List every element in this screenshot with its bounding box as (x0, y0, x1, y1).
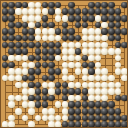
black-stone[interactable] (8, 48, 15, 55)
white-stone[interactable] (15, 8, 22, 15)
black-stone[interactable] (15, 42, 22, 49)
black-stone[interactable] (15, 2, 22, 9)
black-stone[interactable] (42, 101, 49, 108)
black-stone[interactable] (108, 101, 115, 108)
white-stone[interactable] (115, 88, 122, 95)
black-stone[interactable] (108, 2, 115, 9)
black-stone[interactable] (48, 8, 55, 15)
black-stone[interactable] (82, 121, 89, 128)
black-stone[interactable] (8, 15, 15, 22)
black-stone[interactable] (28, 82, 35, 89)
white-stone[interactable] (22, 68, 29, 75)
white-stone[interactable] (88, 55, 95, 62)
black-stone[interactable] (8, 42, 15, 49)
black-stone[interactable] (108, 115, 115, 122)
white-stone[interactable] (42, 8, 49, 15)
white-stone[interactable] (28, 8, 35, 15)
black-stone[interactable] (15, 48, 22, 55)
white-stone[interactable] (22, 15, 29, 22)
black-stone[interactable] (121, 121, 128, 128)
white-stone[interactable] (28, 2, 35, 9)
black-stone[interactable] (68, 15, 75, 22)
white-stone[interactable] (42, 82, 49, 89)
white-stone[interactable] (68, 95, 75, 102)
black-stone[interactable] (108, 22, 115, 29)
black-stone[interactable] (121, 95, 128, 102)
black-stone[interactable] (62, 82, 69, 89)
white-stone[interactable] (22, 88, 29, 95)
black-stone[interactable] (108, 108, 115, 115)
white-stone[interactable] (8, 68, 15, 75)
white-stone[interactable] (62, 48, 69, 55)
black-stone[interactable] (108, 15, 115, 22)
white-stone[interactable] (28, 88, 35, 95)
black-stone[interactable] (62, 8, 69, 15)
black-stone[interactable] (15, 22, 22, 29)
white-stone[interactable] (48, 115, 55, 122)
white-stone[interactable] (62, 62, 69, 69)
black-stone[interactable] (121, 28, 128, 35)
black-stone[interactable] (115, 28, 122, 35)
black-stone[interactable] (88, 62, 95, 69)
black-stone[interactable] (75, 48, 82, 55)
white-stone[interactable] (95, 68, 102, 75)
white-stone[interactable] (108, 75, 115, 82)
black-stone[interactable] (101, 28, 108, 35)
black-stone[interactable] (88, 2, 95, 9)
black-stone[interactable] (68, 28, 75, 35)
black-stone[interactable] (75, 108, 82, 115)
white-stone[interactable] (68, 55, 75, 62)
black-stone[interactable] (108, 121, 115, 128)
white-stone[interactable] (15, 82, 22, 89)
black-stone[interactable] (101, 101, 108, 108)
white-stone[interactable] (101, 68, 108, 75)
black-stone[interactable] (68, 121, 75, 128)
white-stone[interactable] (88, 95, 95, 102)
black-stone[interactable] (82, 108, 89, 115)
black-stone[interactable] (101, 15, 108, 22)
white-stone[interactable] (115, 48, 122, 55)
white-stone[interactable] (28, 62, 35, 69)
white-stone[interactable] (28, 108, 35, 115)
black-stone[interactable] (88, 121, 95, 128)
black-stone[interactable] (82, 62, 89, 69)
white-stone[interactable] (82, 28, 89, 35)
black-stone[interactable] (55, 88, 62, 95)
white-stone[interactable] (28, 121, 35, 128)
white-stone[interactable] (68, 75, 75, 82)
white-stone[interactable] (88, 48, 95, 55)
white-stone[interactable] (22, 8, 29, 15)
white-stone[interactable] (82, 42, 89, 49)
black-stone[interactable] (68, 101, 75, 108)
white-stone[interactable] (88, 88, 95, 95)
white-stone[interactable] (82, 68, 89, 75)
black-stone[interactable] (62, 88, 69, 95)
black-stone[interactable] (28, 95, 35, 102)
black-stone[interactable] (48, 68, 55, 75)
black-stone[interactable] (68, 115, 75, 122)
black-stone[interactable] (75, 88, 82, 95)
white-stone[interactable] (8, 121, 15, 128)
black-stone[interactable] (42, 62, 49, 69)
go-board[interactable] (0, 0, 128, 128)
white-stone[interactable] (68, 82, 75, 89)
white-stone[interactable] (15, 68, 22, 75)
white-stone[interactable] (121, 68, 128, 75)
white-stone[interactable] (68, 48, 75, 55)
black-stone[interactable] (8, 22, 15, 29)
white-stone[interactable] (108, 88, 115, 95)
white-stone[interactable] (95, 15, 102, 22)
black-stone[interactable] (75, 121, 82, 128)
black-stone[interactable] (121, 42, 128, 49)
white-stone[interactable] (55, 15, 62, 22)
black-stone[interactable] (48, 48, 55, 55)
white-stone[interactable] (62, 68, 69, 75)
white-stone[interactable] (95, 48, 102, 55)
white-stone[interactable] (68, 42, 75, 49)
black-stone[interactable] (121, 15, 128, 22)
white-stone[interactable] (88, 28, 95, 35)
black-stone[interactable] (108, 35, 115, 42)
black-stone[interactable] (8, 8, 15, 15)
black-stone[interactable] (48, 95, 55, 102)
white-stone[interactable] (88, 42, 95, 49)
black-stone[interactable] (82, 15, 89, 22)
black-stone[interactable] (115, 121, 122, 128)
white-stone[interactable] (108, 48, 115, 55)
black-stone[interactable] (68, 88, 75, 95)
black-stone[interactable] (68, 2, 75, 9)
black-stone[interactable] (8, 2, 15, 9)
black-stone[interactable] (95, 108, 102, 115)
white-stone[interactable] (55, 121, 62, 128)
white-stone[interactable] (82, 48, 89, 55)
black-stone[interactable] (48, 42, 55, 49)
white-stone[interactable] (95, 28, 102, 35)
black-stone[interactable] (101, 108, 108, 115)
black-stone[interactable] (42, 48, 49, 55)
white-stone[interactable] (48, 108, 55, 115)
black-stone[interactable] (62, 121, 69, 128)
white-stone[interactable] (95, 88, 102, 95)
black-stone[interactable] (48, 22, 55, 29)
black-stone[interactable] (48, 75, 55, 82)
white-stone[interactable] (48, 88, 55, 95)
white-stone[interactable] (62, 42, 69, 49)
white-stone[interactable] (88, 82, 95, 89)
white-stone[interactable] (68, 62, 75, 69)
black-stone[interactable] (42, 88, 49, 95)
black-stone[interactable] (121, 115, 128, 122)
black-stone[interactable] (8, 28, 15, 35)
black-stone[interactable] (62, 28, 69, 35)
white-stone[interactable] (28, 101, 35, 108)
black-stone[interactable] (15, 35, 22, 42)
black-stone[interactable] (8, 62, 15, 69)
white-stone[interactable] (15, 55, 22, 62)
black-stone[interactable] (82, 8, 89, 15)
black-stone[interactable] (88, 8, 95, 15)
white-stone[interactable] (48, 82, 55, 89)
white-stone[interactable] (8, 101, 15, 108)
black-stone[interactable] (88, 101, 95, 108)
black-stone[interactable] (28, 42, 35, 49)
black-stone[interactable] (95, 121, 102, 128)
white-stone[interactable] (101, 82, 108, 89)
black-stone[interactable] (55, 68, 62, 75)
white-stone[interactable] (2, 121, 9, 128)
white-stone[interactable] (15, 75, 22, 82)
white-stone[interactable] (62, 15, 69, 22)
white-stone[interactable] (35, 15, 42, 22)
white-stone[interactable] (48, 28, 55, 35)
black-stone[interactable] (28, 68, 35, 75)
black-stone[interactable] (88, 15, 95, 22)
black-stone[interactable] (88, 108, 95, 115)
white-stone[interactable] (101, 42, 108, 49)
white-stone[interactable] (22, 101, 29, 108)
white-stone[interactable] (101, 22, 108, 29)
black-stone[interactable] (2, 28, 9, 35)
black-stone[interactable] (42, 15, 49, 22)
white-stone[interactable] (15, 95, 22, 102)
white-stone[interactable] (48, 121, 55, 128)
white-stone[interactable] (101, 88, 108, 95)
white-stone[interactable] (108, 82, 115, 89)
white-stone[interactable] (82, 82, 89, 89)
black-stone[interactable] (28, 28, 35, 35)
white-stone[interactable] (42, 108, 49, 115)
black-stone[interactable] (82, 22, 89, 29)
white-stone[interactable] (22, 82, 29, 89)
black-stone[interactable] (101, 121, 108, 128)
white-stone[interactable] (75, 68, 82, 75)
white-stone[interactable] (62, 101, 69, 108)
black-stone[interactable] (2, 15, 9, 22)
black-stone[interactable] (101, 8, 108, 15)
white-stone[interactable] (101, 48, 108, 55)
black-stone[interactable] (2, 8, 9, 15)
black-stone[interactable] (82, 88, 89, 95)
black-stone[interactable] (121, 2, 128, 9)
white-stone[interactable] (28, 15, 35, 22)
white-stone[interactable] (42, 28, 49, 35)
white-stone[interactable] (115, 68, 122, 75)
white-stone[interactable] (8, 115, 15, 122)
black-stone[interactable] (22, 28, 29, 35)
black-stone[interactable] (115, 108, 122, 115)
white-stone[interactable] (28, 22, 35, 29)
white-stone[interactable] (62, 108, 69, 115)
white-stone[interactable] (88, 75, 95, 82)
black-stone[interactable] (48, 62, 55, 69)
black-stone[interactable] (48, 2, 55, 9)
black-stone[interactable] (88, 68, 95, 75)
black-stone[interactable] (75, 15, 82, 22)
black-stone[interactable] (82, 101, 89, 108)
black-stone[interactable] (88, 115, 95, 122)
black-stone[interactable] (68, 108, 75, 115)
white-stone[interactable] (121, 75, 128, 82)
white-stone[interactable] (15, 108, 22, 115)
black-stone[interactable] (108, 28, 115, 35)
black-stone[interactable] (108, 8, 115, 15)
black-stone[interactable] (68, 8, 75, 15)
black-stone[interactable] (22, 48, 29, 55)
black-stone[interactable] (115, 8, 122, 15)
black-stone[interactable] (115, 15, 122, 22)
